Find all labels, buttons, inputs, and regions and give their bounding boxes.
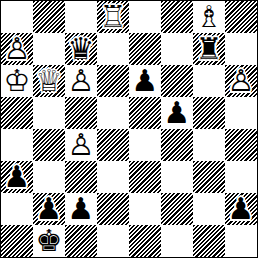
- black-pawn[interactable]: ♟♟: [129, 65, 161, 97]
- white-pawn-icon: ♙: [1, 33, 33, 65]
- square-h1[interactable]: [225, 225, 257, 257]
- square-a6[interactable]: ♚♔: [1, 65, 33, 97]
- square-e3[interactable]: [129, 161, 161, 193]
- black-pawn[interactable]: ♟♟: [225, 193, 257, 225]
- square-d2[interactable]: [97, 193, 129, 225]
- chess-board: ♜♖♝♗♟♙♛♛♜♜♚♔♛♕♟♙♟♟♟♙♟♟♟♙♟♟♟♟♟♟♟♟♚♚: [0, 0, 258, 258]
- square-d6[interactable]: [97, 65, 129, 97]
- square-f2[interactable]: [161, 193, 193, 225]
- white-bishop[interactable]: ♝♗: [193, 1, 225, 33]
- square-b6[interactable]: ♛♕: [33, 65, 65, 97]
- white-king-icon: ♔: [1, 65, 33, 97]
- square-b3[interactable]: [33, 161, 65, 193]
- black-king-icon: ♚: [33, 225, 65, 257]
- black-pawn-icon: ♟: [161, 97, 193, 129]
- square-a2[interactable]: [1, 193, 33, 225]
- black-rook-icon: ♜: [193, 33, 225, 65]
- square-f5[interactable]: ♟♟: [161, 97, 193, 129]
- square-b1[interactable]: ♚♚: [33, 225, 65, 257]
- square-c1[interactable]: [65, 225, 97, 257]
- square-g2[interactable]: [193, 193, 225, 225]
- white-pawn[interactable]: ♟♙: [1, 33, 33, 65]
- square-a1[interactable]: [1, 225, 33, 257]
- square-f8[interactable]: [161, 1, 193, 33]
- square-e4[interactable]: [129, 129, 161, 161]
- square-c2[interactable]: ♟♟: [65, 193, 97, 225]
- square-h8[interactable]: [225, 1, 257, 33]
- square-a7[interactable]: ♟♙: [1, 33, 33, 65]
- square-e1[interactable]: [129, 225, 161, 257]
- square-h2[interactable]: ♟♟: [225, 193, 257, 225]
- square-c6[interactable]: ♟♙: [65, 65, 97, 97]
- square-d4[interactable]: [97, 129, 129, 161]
- white-pawn[interactable]: ♟♙: [225, 65, 257, 97]
- black-pawn-icon: ♟: [129, 65, 161, 97]
- square-f6[interactable]: [161, 65, 193, 97]
- square-b7[interactable]: [33, 33, 65, 65]
- black-queen-icon: ♛: [65, 33, 97, 65]
- black-queen[interactable]: ♛♛: [65, 33, 97, 65]
- square-e8[interactable]: [129, 1, 161, 33]
- square-g1[interactable]: [193, 225, 225, 257]
- black-pawn-icon: ♟: [33, 193, 65, 225]
- square-b4[interactable]: [33, 129, 65, 161]
- square-e5[interactable]: [129, 97, 161, 129]
- square-d8[interactable]: ♜♖: [97, 1, 129, 33]
- white-king[interactable]: ♚♔: [1, 65, 33, 97]
- square-a5[interactable]: [1, 97, 33, 129]
- square-g7[interactable]: ♜♜: [193, 33, 225, 65]
- square-e6[interactable]: ♟♟: [129, 65, 161, 97]
- square-d7[interactable]: [97, 33, 129, 65]
- white-pawn-icon: ♙: [65, 65, 97, 97]
- square-h7[interactable]: [225, 33, 257, 65]
- black-pawn[interactable]: ♟♟: [161, 97, 193, 129]
- white-rook-icon: ♖: [97, 1, 129, 33]
- square-b2[interactable]: ♟♟: [33, 193, 65, 225]
- white-pawn[interactable]: ♟♙: [65, 65, 97, 97]
- square-h3[interactable]: [225, 161, 257, 193]
- black-pawn[interactable]: ♟♟: [65, 193, 97, 225]
- square-g5[interactable]: [193, 97, 225, 129]
- white-queen-icon: ♕: [33, 65, 65, 97]
- square-f4[interactable]: [161, 129, 193, 161]
- square-g4[interactable]: [193, 129, 225, 161]
- white-pawn-icon: ♙: [225, 65, 257, 97]
- square-g6[interactable]: [193, 65, 225, 97]
- black-rook[interactable]: ♜♜: [193, 33, 225, 65]
- square-h5[interactable]: [225, 97, 257, 129]
- square-f3[interactable]: [161, 161, 193, 193]
- square-a3[interactable]: ♟♟: [1, 161, 33, 193]
- square-g3[interactable]: [193, 161, 225, 193]
- square-a8[interactable]: [1, 1, 33, 33]
- square-c4[interactable]: ♟♙: [65, 129, 97, 161]
- square-e7[interactable]: [129, 33, 161, 65]
- square-e2[interactable]: [129, 193, 161, 225]
- square-b8[interactable]: [33, 1, 65, 33]
- white-pawn-icon: ♙: [65, 129, 97, 161]
- black-pawn-icon: ♟: [1, 161, 33, 193]
- square-f1[interactable]: [161, 225, 193, 257]
- white-queen[interactable]: ♛♕: [33, 65, 65, 97]
- black-pawn-icon: ♟: [65, 193, 97, 225]
- black-pawn[interactable]: ♟♟: [1, 161, 33, 193]
- square-c8[interactable]: [65, 1, 97, 33]
- square-c5[interactable]: [65, 97, 97, 129]
- black-king[interactable]: ♚♚: [33, 225, 65, 257]
- square-h4[interactable]: [225, 129, 257, 161]
- square-g8[interactable]: ♝♗: [193, 1, 225, 33]
- white-rook[interactable]: ♜♖: [97, 1, 129, 33]
- square-h6[interactable]: ♟♙: [225, 65, 257, 97]
- square-d3[interactable]: [97, 161, 129, 193]
- square-c3[interactable]: [65, 161, 97, 193]
- square-d5[interactable]: [97, 97, 129, 129]
- square-c7[interactable]: ♛♛: [65, 33, 97, 65]
- white-bishop-icon: ♗: [193, 1, 225, 33]
- square-a4[interactable]: [1, 129, 33, 161]
- white-pawn[interactable]: ♟♙: [65, 129, 97, 161]
- black-pawn-icon: ♟: [225, 193, 257, 225]
- square-b5[interactable]: [33, 97, 65, 129]
- black-pawn[interactable]: ♟♟: [33, 193, 65, 225]
- square-d1[interactable]: [97, 225, 129, 257]
- square-f7[interactable]: [161, 33, 193, 65]
